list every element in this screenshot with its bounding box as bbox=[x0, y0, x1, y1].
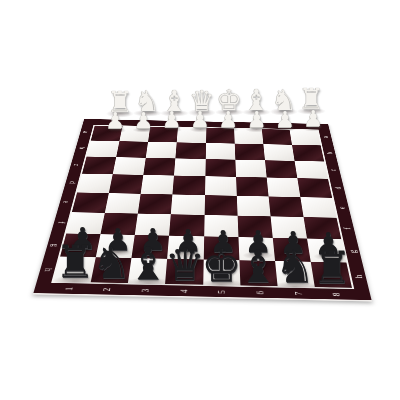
file-letter: e bbox=[62, 201, 71, 203]
file-letter: a bbox=[322, 136, 330, 138]
pawn-glyph: ♟ bbox=[134, 108, 154, 133]
black-king[interactable]: ♚ bbox=[201, 244, 241, 289]
square[interactable] bbox=[105, 193, 141, 214]
square[interactable] bbox=[171, 194, 204, 215]
file-letter: d bbox=[333, 187, 342, 190]
file-letter: b bbox=[325, 152, 333, 154]
pawn-glyph: ♟ bbox=[304, 107, 324, 132]
file-letter: c bbox=[73, 164, 81, 166]
square[interactable] bbox=[174, 159, 205, 177]
file-letter: f bbox=[343, 228, 352, 230]
square[interactable] bbox=[82, 157, 116, 175]
square[interactable] bbox=[265, 160, 297, 178]
file-letter: h bbox=[42, 268, 53, 271]
square[interactable] bbox=[267, 178, 301, 197]
white-pawn[interactable]: ♟ bbox=[134, 110, 154, 132]
white-pawn[interactable]: ♟ bbox=[247, 109, 267, 131]
file-letter: f bbox=[56, 222, 65, 224]
pawn-glyph: ♟ bbox=[105, 108, 125, 133]
white-pawn[interactable]: ♟ bbox=[162, 110, 182, 132]
square[interactable] bbox=[268, 196, 303, 217]
square[interactable] bbox=[72, 192, 109, 212]
square[interactable] bbox=[300, 197, 336, 218]
file-letter: c bbox=[329, 169, 337, 171]
file-letter: d bbox=[67, 181, 76, 184]
white-pawn[interactable]: ♟ bbox=[304, 109, 324, 131]
square[interactable] bbox=[116, 141, 148, 158]
square[interactable] bbox=[176, 142, 206, 159]
black-bishop[interactable]: ♝ bbox=[128, 242, 168, 287]
file-letter: h bbox=[353, 274, 363, 278]
black-rook[interactable]: ♜ bbox=[55, 240, 95, 285]
square[interactable] bbox=[292, 145, 324, 162]
black-queen[interactable]: ♛ bbox=[165, 243, 205, 288]
square[interactable] bbox=[294, 161, 328, 179]
black-knight[interactable]: ♞ bbox=[275, 245, 315, 290]
black-bishop[interactable]: ♝ bbox=[238, 245, 278, 290]
square[interactable] bbox=[236, 177, 269, 196]
pawn-glyph: ♟ bbox=[190, 108, 210, 133]
square[interactable] bbox=[205, 176, 237, 195]
square[interactable] bbox=[144, 158, 176, 176]
square[interactable] bbox=[205, 159, 236, 177]
black-knight[interactable]: ♞ bbox=[91, 241, 131, 286]
square[interactable] bbox=[138, 194, 173, 215]
square[interactable] bbox=[205, 143, 235, 160]
white-pawn[interactable]: ♟ bbox=[190, 110, 210, 132]
board-tilt-wrapper: abcdefgh abcdefgh 12345678 bbox=[0, 0, 400, 400]
square[interactable] bbox=[113, 157, 146, 175]
square[interactable] bbox=[204, 195, 237, 216]
product-photo: abcdefgh abcdefgh 12345678 ♜♞♝♛♚♝♞♜♟♟♟♟♟… bbox=[0, 0, 400, 400]
file-letter: e bbox=[338, 206, 347, 209]
white-pawn[interactable]: ♟ bbox=[219, 109, 239, 131]
square[interactable] bbox=[297, 178, 332, 197]
file-letter: a bbox=[82, 131, 90, 133]
square[interactable] bbox=[109, 174, 143, 193]
rook-glyph: ♜ bbox=[312, 242, 352, 294]
square[interactable] bbox=[173, 176, 205, 195]
pawn-glyph: ♟ bbox=[219, 107, 239, 132]
white-pawn[interactable]: ♟ bbox=[275, 109, 295, 131]
black-rook[interactable]: ♜ bbox=[312, 246, 352, 291]
square[interactable] bbox=[235, 160, 266, 178]
file-letter: b bbox=[77, 147, 85, 149]
square[interactable] bbox=[141, 175, 174, 194]
square[interactable] bbox=[77, 174, 113, 193]
pawn-glyph: ♟ bbox=[162, 108, 182, 133]
pawn-glyph: ♟ bbox=[247, 107, 267, 132]
square[interactable] bbox=[234, 144, 264, 161]
square[interactable] bbox=[146, 142, 177, 159]
white-pawn[interactable]: ♟ bbox=[105, 110, 125, 132]
pawn-glyph: ♟ bbox=[275, 107, 295, 132]
square[interactable] bbox=[236, 196, 270, 217]
square[interactable] bbox=[263, 144, 294, 161]
square[interactable] bbox=[87, 141, 120, 158]
